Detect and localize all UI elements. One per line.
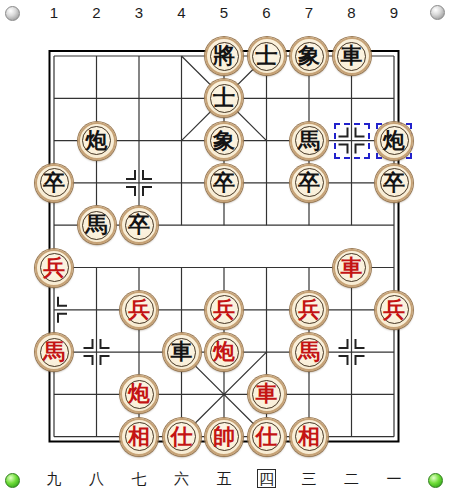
piece-black-advisor[interactable]: 士 <box>248 37 286 75</box>
piece-glyph: 卒 <box>383 164 405 202</box>
piece-black-soldier[interactable]: 卒 <box>375 164 413 202</box>
piece-red-advisor[interactable]: 仕 <box>248 418 286 456</box>
piece-glyph: 馬 <box>298 333 320 371</box>
bottom-file-label-三: 三 <box>296 470 322 488</box>
bottom-file-label-二: 二 <box>339 470 365 488</box>
piece-glyph: 相 <box>128 418 150 456</box>
piece-black-elephant[interactable]: 象 <box>290 37 328 75</box>
piece-glyph: 相 <box>298 418 320 456</box>
top-file-label-3: 3 <box>126 4 152 22</box>
piece-red-advisor[interactable]: 仕 <box>163 418 201 456</box>
top-file-label-6: 6 <box>254 4 280 22</box>
piece-glyph: 仕 <box>256 418 278 456</box>
piece-red-soldier[interactable]: 兵 <box>35 249 73 287</box>
piece-glyph: 帥 <box>213 418 235 456</box>
piece-red-soldier[interactable]: 兵 <box>120 291 158 329</box>
piece-black-cannon[interactable]: 炮 <box>78 122 116 160</box>
piece-glyph: 炮 <box>213 333 235 371</box>
last-move-from-marker <box>334 123 370 159</box>
piece-black-soldier[interactable]: 卒 <box>35 164 73 202</box>
piece-glyph: 兵 <box>128 291 150 329</box>
piece-glyph: 炮 <box>86 122 108 160</box>
piece-red-soldier[interactable]: 兵 <box>290 291 328 329</box>
piece-red-soldier[interactable]: 兵 <box>205 291 243 329</box>
piece-red-general[interactable]: 帥 <box>205 418 243 456</box>
top-file-label-9: 9 <box>381 4 407 22</box>
top-file-label-1: 1 <box>41 4 67 22</box>
bottom-file-label-四-boxed: 四 <box>254 470 280 488</box>
bottom-file-label-九: 九 <box>41 470 67 488</box>
piece-glyph: 車 <box>171 333 193 371</box>
piece-glyph: 卒 <box>298 164 320 202</box>
piece-glyph: 馬 <box>298 122 320 160</box>
piece-glyph: 兵 <box>43 249 65 287</box>
piece-black-cannon[interactable]: 炮 <box>375 122 413 160</box>
xiangqi-board-app: 123456789 九八七六五四三二一 將士象車士炮象馬炮卒卒卒卒馬卒兵車兵兵兵… <box>0 0 450 494</box>
piece-black-general[interactable]: 將 <box>205 37 243 75</box>
piece-black-elephant[interactable]: 象 <box>205 122 243 160</box>
piece-black-soldier[interactable]: 卒 <box>290 164 328 202</box>
piece-black-soldier[interactable]: 卒 <box>120 206 158 244</box>
piece-glyph: 兵 <box>298 291 320 329</box>
piece-glyph: 象 <box>213 122 235 160</box>
piece-red-cannon[interactable]: 炮 <box>205 333 243 371</box>
bottom-file-label-五: 五 <box>211 470 237 488</box>
piece-glyph: 士 <box>256 37 278 75</box>
top-file-label-7: 7 <box>296 4 322 22</box>
bottom-file-label-六: 六 <box>169 470 195 488</box>
piece-red-elephant[interactable]: 相 <box>120 418 158 456</box>
piece-black-soldier[interactable]: 卒 <box>205 164 243 202</box>
top-file-label-5: 5 <box>211 4 237 22</box>
piece-glyph: 卒 <box>128 206 150 244</box>
piece-black-chariot[interactable]: 車 <box>333 37 371 75</box>
piece-glyph: 兵 <box>383 291 405 329</box>
piece-glyph: 兵 <box>213 291 235 329</box>
piece-glyph: 炮 <box>128 375 150 413</box>
piece-black-chariot[interactable]: 車 <box>163 333 201 371</box>
piece-glyph: 將 <box>213 37 235 75</box>
piece-glyph: 仕 <box>171 418 193 456</box>
piece-glyph: 卒 <box>213 164 235 202</box>
top-file-label-2: 2 <box>84 4 110 22</box>
bottom-file-label-一: 一 <box>381 470 407 488</box>
piece-glyph: 象 <box>298 37 320 75</box>
piece-glyph: 車 <box>256 375 278 413</box>
piece-red-chariot[interactable]: 車 <box>248 375 286 413</box>
piece-glyph: 車 <box>341 37 363 75</box>
piece-glyph: 馬 <box>43 333 65 371</box>
bottom-file-label-八: 八 <box>84 470 110 488</box>
piece-red-soldier[interactable]: 兵 <box>375 291 413 329</box>
top-file-label-4: 4 <box>169 4 195 22</box>
piece-red-chariot[interactable]: 車 <box>333 249 371 287</box>
top-file-label-8: 8 <box>339 4 365 22</box>
piece-black-horse[interactable]: 馬 <box>290 122 328 160</box>
piece-glyph: 士 <box>213 79 235 117</box>
piece-glyph: 卒 <box>43 164 65 202</box>
bottom-file-label-七: 七 <box>126 470 152 488</box>
piece-red-horse[interactable]: 馬 <box>290 333 328 371</box>
piece-red-horse[interactable]: 馬 <box>35 333 73 371</box>
piece-glyph: 車 <box>341 249 363 287</box>
piece-black-horse[interactable]: 馬 <box>78 206 116 244</box>
piece-glyph: 馬 <box>86 206 108 244</box>
piece-red-elephant[interactable]: 相 <box>290 418 328 456</box>
piece-glyph: 炮 <box>383 122 405 160</box>
